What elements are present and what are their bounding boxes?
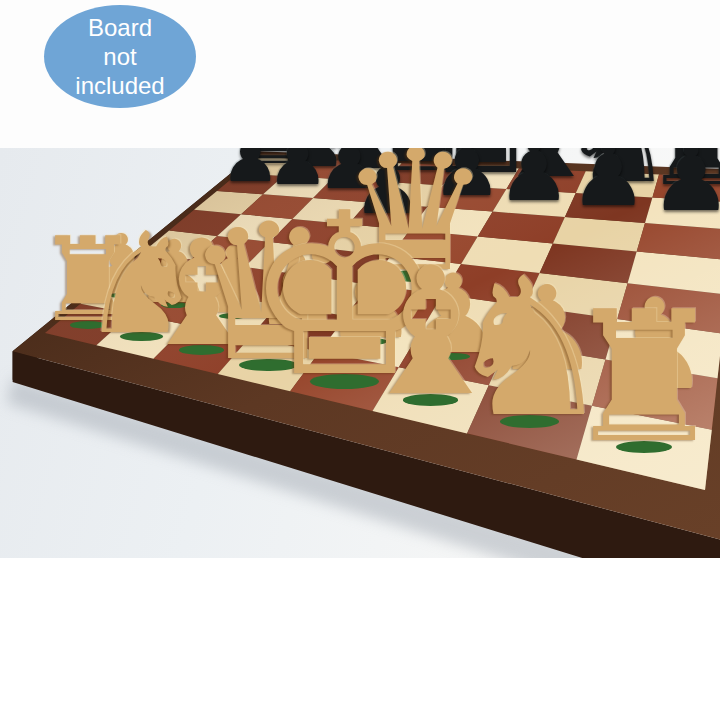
felt-base-h2	[635, 389, 674, 397]
product-photo-canvas: ♜♞♝♛♚♝♞♜♟♟♟♟♟♟♟♟♛♟♟♟♟♟♟♟♟♜♞♝♛♚♝♞♜ Board …	[0, 0, 720, 720]
felt-base-d2	[283, 325, 313, 331]
chess-board	[0, 148, 720, 558]
felt-base-b2	[161, 302, 188, 308]
felt-base-g2	[529, 370, 565, 378]
badge-line-3: included	[75, 71, 164, 100]
photo-area: ♜♞♝♛♚♝♞♜♟♟♟♟♟♟♟♟♛♟♟♟♟♟♟♟♟♜♞♝♛♚♝♞♜	[0, 148, 720, 558]
chess-scene: ♜♞♝♛♚♝♞♜♟♟♟♟♟♟♟♟♛♟♟♟♟♟♟♟♟♜♞♝♛♚♝♞♜	[0, 148, 720, 558]
bottom-white-margin	[0, 558, 720, 720]
felt-base-c2	[219, 313, 247, 319]
board-not-included-badge: Board not included	[44, 5, 196, 108]
badge-line-2: not	[103, 42, 136, 71]
felt-base-f2	[436, 353, 470, 360]
felt-base-e4	[389, 270, 441, 281]
felt-base-h1	[616, 441, 672, 453]
felt-base-d1	[239, 359, 298, 372]
felt-base-f1	[403, 394, 458, 406]
felt-base-e2	[355, 338, 387, 345]
badge-line-1: Board	[88, 13, 152, 42]
felt-base-a1	[70, 321, 106, 329]
felt-base-c1	[179, 345, 224, 355]
